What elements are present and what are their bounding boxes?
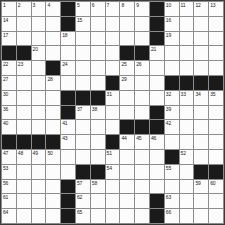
cell-r3c2[interactable] (17, 32, 31, 46)
cell-r14c14[interactable] (194, 194, 208, 208)
block-cell-r10c3 (32, 135, 46, 149)
cell-r14c13[interactable] (180, 194, 194, 208)
cell-r4c12[interactable] (165, 46, 179, 60)
cell-r13c8[interactable] (106, 180, 120, 194)
clue-number: 1 (3, 2, 6, 8)
cell-r7c12[interactable]: 32 (165, 91, 179, 105)
cell-r2c7[interactable] (91, 17, 105, 31)
cell-r12c1[interactable]: 53 (2, 165, 16, 179)
clue-number: 66 (166, 209, 171, 215)
cell-r2c14[interactable] (194, 17, 208, 31)
cell-r12c3[interactable] (32, 165, 46, 179)
cell-r2c1[interactable]: 14 (2, 17, 16, 31)
block-cell-r6c13 (180, 76, 194, 90)
cell-r5c11[interactable] (150, 61, 164, 75)
cell-r9c2[interactable] (17, 120, 31, 134)
cell-r4c5[interactable] (61, 46, 75, 60)
cell-r9c3[interactable] (32, 120, 46, 134)
clue-number: 54 (107, 165, 112, 171)
cell-r6c4[interactable]: 28 (46, 76, 60, 90)
clue-number: 60 (210, 180, 215, 186)
cell-r10c13[interactable] (180, 135, 194, 149)
cell-r8c6[interactable]: 37 (76, 106, 90, 120)
cell-r5c13[interactable] (180, 61, 194, 75)
cell-r14c1[interactable]: 61 (2, 194, 16, 208)
clue-number: 15 (77, 17, 82, 23)
clue-number: 55 (166, 165, 171, 171)
cell-r5c15[interactable] (209, 61, 223, 75)
block-cell-r6c8 (106, 76, 120, 90)
cell-r11c15[interactable] (209, 150, 223, 164)
cell-r14c4[interactable] (46, 194, 60, 208)
cell-r7c14[interactable]: 34 (194, 91, 208, 105)
cell-r3c4[interactable] (46, 32, 60, 46)
cell-r15c2[interactable] (17, 209, 31, 223)
clue-number: 5 (77, 2, 80, 8)
cell-r4c15[interactable] (209, 46, 223, 60)
cell-r8c1[interactable]: 36 (2, 106, 16, 120)
block-cell-r15c5 (61, 209, 75, 223)
cell-r13c11[interactable] (150, 180, 164, 194)
clue-number: 38 (92, 106, 97, 112)
cell-r2c15[interactable] (209, 17, 223, 31)
cell-r9c13[interactable] (180, 120, 194, 134)
block-cell-r9c9 (120, 120, 134, 134)
cell-r4c7[interactable] (91, 46, 105, 60)
clue-number: 19 (166, 32, 171, 38)
cell-r13c4[interactable] (46, 180, 60, 194)
cell-r7c8[interactable]: 31 (106, 91, 120, 105)
cell-r2c10[interactable] (135, 17, 149, 31)
clue-number: 23 (18, 61, 23, 67)
cell-r15c15[interactable] (209, 209, 223, 223)
clue-number: 43 (62, 135, 67, 141)
block-cell-r6c14 (194, 76, 208, 90)
cell-r11c2[interactable]: 48 (17, 150, 31, 164)
cell-r7c3[interactable] (32, 91, 46, 105)
clue-number: 24 (62, 61, 67, 67)
block-cell-r7c7 (91, 91, 105, 105)
clue-number: 30 (3, 91, 8, 97)
block-cell-r3c11 (150, 32, 164, 46)
clue-number: 29 (121, 76, 126, 82)
block-cell-r14c11 (150, 194, 164, 208)
cell-r8c4[interactable] (46, 106, 60, 120)
cell-r6c2[interactable] (17, 76, 31, 90)
cell-r9c5[interactable]: 41 (61, 120, 75, 134)
cell-r15c14[interactable] (194, 209, 208, 223)
cell-r9c14[interactable] (194, 120, 208, 134)
cell-r7c10[interactable] (135, 91, 149, 105)
clue-number: 56 (3, 180, 8, 186)
cell-r3c6[interactable] (76, 32, 90, 46)
block-cell-r4c9 (120, 46, 134, 60)
block-cell-r8c5 (61, 106, 75, 120)
cell-r11c1[interactable]: 47 (2, 150, 16, 164)
cell-r1c14[interactable]: 12 (194, 2, 208, 16)
cell-r9c4[interactable] (46, 120, 60, 134)
cell-r1c12[interactable]: 10 (165, 2, 179, 16)
cell-r4c13[interactable] (180, 46, 194, 60)
cell-r2c12[interactable]: 16 (165, 17, 179, 31)
clue-number: 34 (195, 91, 200, 97)
clue-number: 64 (3, 209, 8, 215)
block-cell-r12c14 (194, 165, 208, 179)
block-cell-r11c12 (165, 150, 179, 164)
clue-number: 45 (136, 135, 141, 141)
clue-number: 37 (77, 106, 82, 112)
cell-r8c10[interactable] (135, 106, 149, 120)
cell-r15c4[interactable] (46, 209, 60, 223)
cell-r6c1[interactable]: 27 (2, 76, 16, 90)
clue-number: 49 (33, 150, 38, 156)
clue-number: 13 (210, 2, 215, 8)
cell-r8c2[interactable] (17, 106, 31, 120)
cell-r12c11[interactable] (150, 165, 164, 179)
cell-r5c6[interactable] (76, 61, 90, 75)
cell-r4c6[interactable] (76, 46, 90, 60)
block-cell-r7c6 (76, 91, 90, 105)
cell-r15c1[interactable]: 64 (2, 209, 16, 223)
cell-r1c6[interactable]: 5 (76, 2, 90, 16)
cell-r5c7[interactable] (91, 61, 105, 75)
cell-r5c2[interactable]: 23 (17, 61, 31, 75)
clue-number: 7 (107, 2, 110, 8)
block-cell-r4c1 (2, 46, 16, 60)
clue-number: 17 (3, 32, 8, 38)
clue-number: 33 (181, 91, 186, 97)
block-cell-r8c11 (150, 106, 164, 120)
cell-r11c6[interactable] (76, 150, 90, 164)
cell-r7c9[interactable] (120, 91, 134, 105)
block-cell-r12c6 (76, 165, 90, 179)
cell-r9c7[interactable] (91, 120, 105, 134)
cell-r10c14[interactable] (194, 135, 208, 149)
cell-r10c7[interactable] (91, 135, 105, 149)
cell-r6c3[interactable] (32, 76, 46, 90)
block-cell-r7c5 (61, 91, 75, 105)
block-cell-r12c7 (91, 165, 105, 179)
cell-r14c7[interactable] (91, 194, 105, 208)
cell-r3c9[interactable] (120, 32, 134, 46)
cell-r3c14[interactable] (194, 32, 208, 46)
clue-number: 61 (3, 194, 8, 200)
cell-r10c15[interactable] (209, 135, 223, 149)
cell-r13c6[interactable]: 57 (76, 180, 90, 194)
cell-r14c9[interactable] (120, 194, 134, 208)
cell-r1c9[interactable]: 8 (120, 2, 134, 16)
cell-r14c15[interactable] (209, 194, 223, 208)
cell-r12c12[interactable]: 55 (165, 165, 179, 179)
cell-r8c7[interactable]: 38 (91, 106, 105, 120)
block-cell-r5c4 (46, 61, 60, 75)
clue-number: 39 (166, 106, 171, 112)
cell-r8c3[interactable] (32, 106, 46, 120)
clue-number: 51 (107, 150, 112, 156)
cell-r15c12[interactable]: 66 (165, 209, 179, 223)
cell-r12c9[interactable] (120, 165, 134, 179)
cell-r1c8[interactable]: 7 (106, 2, 120, 16)
cell-r3c10[interactable] (135, 32, 149, 46)
block-cell-r12c15 (209, 165, 223, 179)
cell-r3c12[interactable]: 19 (165, 32, 179, 46)
cell-r12c10[interactable] (135, 165, 149, 179)
cell-r3c15[interactable] (209, 32, 223, 46)
cell-r8c12[interactable]: 39 (165, 106, 179, 120)
cell-r7c13[interactable]: 33 (180, 91, 194, 105)
clue-number: 10 (166, 2, 171, 8)
block-cell-r2c5 (61, 17, 75, 31)
cell-r3c3[interactable] (32, 32, 46, 46)
cell-r9c12[interactable]: 42 (165, 120, 179, 134)
block-cell-r6c12 (165, 76, 179, 90)
cell-r14c2[interactable] (17, 194, 31, 208)
cell-r13c1[interactable]: 56 (2, 180, 16, 194)
block-cell-r4c10 (135, 46, 149, 60)
cell-r1c10[interactable]: 9 (135, 2, 149, 16)
cell-r15c6[interactable]: 65 (76, 209, 90, 223)
clue-number: 63 (166, 194, 171, 200)
clue-number: 20 (33, 46, 38, 52)
cell-r3c8[interactable] (106, 32, 120, 46)
cell-r3c13[interactable] (180, 32, 194, 46)
cell-r10c5[interactable]: 43 (61, 135, 75, 149)
cell-r13c7[interactable]: 58 (91, 180, 105, 194)
cell-r13c9[interactable] (120, 180, 134, 194)
block-cell-r9c11 (150, 120, 164, 134)
clue-number: 31 (107, 91, 112, 97)
cell-r15c3[interactable] (32, 209, 46, 223)
clue-number: 22 (3, 61, 8, 67)
clue-number: 4 (47, 2, 50, 8)
clue-number: 50 (47, 150, 52, 156)
cell-r6c9[interactable]: 29 (120, 76, 134, 90)
clue-number: 28 (47, 76, 52, 82)
cell-r8c8[interactable] (106, 106, 120, 120)
cell-r3c1[interactable]: 17 (2, 32, 16, 46)
cell-r1c4[interactable]: 4 (46, 2, 60, 16)
clue-number: 3 (33, 2, 36, 8)
clue-number: 26 (136, 61, 141, 67)
cell-r5c1[interactable]: 22 (2, 61, 16, 75)
cell-r8c13[interactable] (180, 106, 194, 120)
cell-r14c3[interactable] (32, 194, 46, 208)
cell-r1c7[interactable]: 6 (91, 2, 105, 16)
cell-r12c13[interactable] (180, 165, 194, 179)
clue-number: 35 (210, 91, 215, 97)
cell-r12c2[interactable] (17, 165, 31, 179)
clue-number: 57 (77, 180, 82, 186)
block-cell-r15c11 (150, 209, 164, 223)
clue-number: 58 (92, 180, 97, 186)
cell-r1c3[interactable]: 3 (32, 2, 46, 16)
cell-r3c5[interactable]: 18 (61, 32, 75, 46)
block-cell-r14c5 (61, 194, 75, 208)
block-cell-r9c10 (135, 120, 149, 134)
block-cell-r1c5 (61, 2, 75, 16)
cell-r7c2[interactable] (17, 91, 31, 105)
cell-r9c15[interactable] (209, 120, 223, 134)
clue-number: 12 (195, 2, 200, 8)
cell-r1c15[interactable]: 13 (209, 2, 223, 16)
clue-number: 14 (3, 17, 8, 23)
block-cell-r2c11 (150, 17, 164, 31)
clue-number: 40 (3, 120, 8, 126)
block-cell-r4c2 (17, 46, 31, 60)
block-cell-r10c4 (46, 135, 60, 149)
cell-r10c6[interactable] (76, 135, 90, 149)
clue-number: 8 (121, 2, 124, 8)
cell-r11c10[interactable] (135, 150, 149, 164)
cell-r11c5[interactable] (61, 150, 75, 164)
cell-r14c12[interactable]: 63 (165, 194, 179, 208)
cell-r9c1[interactable]: 40 (2, 120, 16, 134)
cell-r11c14[interactable] (194, 150, 208, 164)
cell-r1c1[interactable]: 1 (2, 2, 16, 16)
cell-r1c13[interactable]: 11 (180, 2, 194, 16)
cell-r9c6[interactable] (76, 120, 90, 134)
cell-r13c12[interactable] (165, 180, 179, 194)
cell-r7c4[interactable] (46, 91, 60, 105)
cell-r11c7[interactable] (91, 150, 105, 164)
cell-r13c15[interactable]: 60 (209, 180, 223, 194)
clue-number: 25 (121, 61, 126, 67)
clue-number: 21 (151, 46, 156, 52)
cell-r6c5[interactable] (61, 76, 75, 90)
cell-r3c7[interactable] (91, 32, 105, 46)
cell-r7c11[interactable] (150, 91, 164, 105)
cell-r7c15[interactable]: 35 (209, 91, 223, 105)
cell-r2c4[interactable] (46, 17, 60, 31)
clue-number: 59 (195, 180, 200, 186)
cell-r11c3[interactable]: 49 (32, 150, 46, 164)
clue-number: 47 (3, 150, 8, 156)
cell-r2c2[interactable] (17, 17, 31, 31)
clue-number: 62 (77, 194, 82, 200)
cell-r11c13[interactable]: 52 (180, 150, 194, 164)
cell-r10c10[interactable]: 45 (135, 135, 149, 149)
crossword-puzzle: 1234567891011121314151617181920212223242… (0, 0, 225, 225)
cell-r4c11[interactable]: 21 (150, 46, 164, 60)
cell-r13c10[interactable] (135, 180, 149, 194)
block-cell-r13c5 (61, 180, 75, 194)
cell-r15c8[interactable] (106, 209, 120, 223)
clue-number: 6 (92, 2, 95, 8)
clue-number: 52 (181, 150, 186, 156)
cell-r12c8[interactable]: 54 (106, 165, 120, 179)
cell-r11c11[interactable] (150, 150, 164, 164)
block-cell-r10c1 (2, 135, 16, 149)
cell-r14c8[interactable] (106, 194, 120, 208)
cell-r5c12[interactable] (165, 61, 179, 75)
cell-r2c8[interactable] (106, 17, 120, 31)
cell-r10c9[interactable]: 44 (120, 135, 134, 149)
cell-r6c6[interactable] (76, 76, 90, 90)
clue-number: 18 (62, 32, 67, 38)
block-cell-r10c2 (17, 135, 31, 149)
cell-r13c13[interactable] (180, 180, 194, 194)
clue-number: 9 (136, 2, 139, 8)
clue-number: 46 (151, 135, 156, 141)
clue-number: 32 (166, 91, 171, 97)
cell-r13c14[interactable]: 59 (194, 180, 208, 194)
cell-r11c4[interactable]: 50 (46, 150, 60, 164)
cell-r13c3[interactable] (32, 180, 46, 194)
cell-r15c9[interactable] (120, 209, 134, 223)
crossword-grid: 1234567891011121314151617181920212223242… (0, 0, 225, 225)
clue-number: 44 (121, 135, 126, 141)
clue-number: 65 (77, 209, 82, 215)
cell-r4c4[interactable] (46, 46, 60, 60)
cell-r8c9[interactable] (120, 106, 134, 120)
cell-r15c13[interactable] (180, 209, 194, 223)
clue-number: 42 (166, 120, 171, 126)
cell-r10c12[interactable] (165, 135, 179, 149)
cell-r4c8[interactable] (106, 46, 120, 60)
clue-number: 53 (3, 165, 8, 171)
cell-r5c5[interactable]: 24 (61, 61, 75, 75)
cell-r5c3[interactable] (32, 61, 46, 75)
cell-r2c3[interactable] (32, 17, 46, 31)
cell-r9c8[interactable] (106, 120, 120, 134)
cell-r4c3[interactable]: 20 (32, 46, 46, 60)
cell-r1c2[interactable]: 2 (17, 2, 31, 16)
block-cell-r1c11 (150, 2, 164, 16)
block-cell-r10c8 (106, 135, 120, 149)
block-cell-r6c15 (209, 76, 223, 90)
cell-r5c9[interactable]: 25 (120, 61, 134, 75)
cell-r14c6[interactable]: 62 (76, 194, 90, 208)
cell-r15c7[interactable] (91, 209, 105, 223)
cell-r6c11[interactable] (150, 76, 164, 90)
cell-r11c9[interactable] (120, 150, 134, 164)
clue-number: 48 (18, 150, 23, 156)
cell-r2c6[interactable]: 15 (76, 17, 90, 31)
clue-number: 27 (3, 76, 8, 82)
cell-r2c9[interactable] (120, 17, 134, 31)
cell-r6c7[interactable] (91, 76, 105, 90)
cell-r10c11[interactable]: 46 (150, 135, 164, 149)
clue-number: 36 (3, 106, 8, 112)
clue-number: 41 (62, 120, 67, 126)
clue-number: 2 (18, 2, 21, 8)
cell-r5c14[interactable] (194, 61, 208, 75)
clue-number: 16 (166, 17, 171, 23)
cell-r7c1[interactable]: 30 (2, 91, 16, 105)
cell-r8c15[interactable] (209, 106, 223, 120)
cell-r4c14[interactable] (194, 46, 208, 60)
clue-number: 11 (181, 2, 186, 8)
cell-r5c10[interactable]: 26 (135, 61, 149, 75)
cell-r2c13[interactable] (180, 17, 194, 31)
cell-r14c10[interactable] (135, 194, 149, 208)
cell-r11c8[interactable]: 51 (106, 150, 120, 164)
cell-r12c4[interactable] (46, 165, 60, 179)
cell-r13c2[interactable] (17, 180, 31, 194)
cell-r5c8[interactable] (106, 61, 120, 75)
cell-r6c10[interactable] (135, 76, 149, 90)
cell-r12c5[interactable] (61, 165, 75, 179)
cell-r15c10[interactable] (135, 209, 149, 223)
cell-r8c14[interactable] (194, 106, 208, 120)
